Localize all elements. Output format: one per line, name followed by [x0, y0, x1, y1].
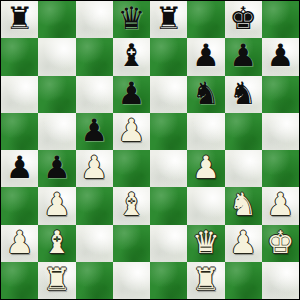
white-pawn[interactable]: ♟	[229, 225, 257, 261]
square-c4[interactable]: ♟	[76, 150, 113, 187]
square-c2[interactable]	[76, 225, 113, 262]
square-e8[interactable]: ♜	[150, 1, 187, 38]
black-king[interactable]: ♚	[229, 1, 257, 37]
chess-board-frame: ♜♛♜♚♝♟♟♟♟♞♞♟♟♟♟♟♟♟♝♞♟♟♝♛♟♚♜♜	[0, 0, 300, 300]
square-d1[interactable]	[113, 262, 150, 299]
square-e1[interactable]	[150, 262, 187, 299]
square-g4[interactable]	[225, 150, 262, 187]
white-king[interactable]: ♚	[266, 225, 294, 261]
square-g5[interactable]	[225, 113, 262, 150]
square-f3[interactable]	[187, 187, 224, 224]
square-a7[interactable]	[1, 38, 38, 75]
square-b5[interactable]	[38, 113, 75, 150]
white-rook[interactable]: ♜	[192, 262, 220, 298]
square-b6[interactable]	[38, 76, 75, 113]
black-pawn[interactable]: ♟	[229, 38, 257, 74]
square-g1[interactable]	[225, 262, 262, 299]
square-b2[interactable]: ♝	[38, 225, 75, 262]
square-h7[interactable]: ♟	[262, 38, 299, 75]
square-a4[interactable]: ♟	[1, 150, 38, 187]
white-bishop[interactable]: ♝	[117, 187, 145, 223]
square-a5[interactable]	[1, 113, 38, 150]
square-a2[interactable]: ♟	[1, 225, 38, 262]
black-rook[interactable]: ♜	[155, 1, 183, 37]
black-bishop[interactable]: ♝	[117, 38, 145, 74]
square-c1[interactable]	[76, 262, 113, 299]
black-knight[interactable]: ♞	[229, 76, 257, 112]
white-knight[interactable]: ♞	[229, 187, 257, 223]
square-h5[interactable]	[262, 113, 299, 150]
square-d7[interactable]: ♝	[113, 38, 150, 75]
square-d2[interactable]	[113, 225, 150, 262]
square-g3[interactable]: ♞	[225, 187, 262, 224]
square-d8[interactable]: ♛	[113, 1, 150, 38]
square-f1[interactable]: ♜	[187, 262, 224, 299]
square-e2[interactable]	[150, 225, 187, 262]
square-g6[interactable]: ♞	[225, 76, 262, 113]
square-h2[interactable]: ♚	[262, 225, 299, 262]
white-pawn[interactable]: ♟	[6, 225, 34, 261]
white-pawn[interactable]: ♟	[266, 187, 294, 223]
square-g7[interactable]: ♟	[225, 38, 262, 75]
chess-board: ♜♛♜♚♝♟♟♟♟♞♞♟♟♟♟♟♟♟♝♞♟♟♝♛♟♚♜♜	[1, 1, 299, 299]
square-f4[interactable]: ♟	[187, 150, 224, 187]
square-f7[interactable]: ♟	[187, 38, 224, 75]
square-f5[interactable]	[187, 113, 224, 150]
black-pawn[interactable]: ♟	[266, 38, 294, 74]
square-b8[interactable]	[38, 1, 75, 38]
square-d3[interactable]: ♝	[113, 187, 150, 224]
square-g2[interactable]: ♟	[225, 225, 262, 262]
black-pawn[interactable]: ♟	[192, 38, 220, 74]
square-d6[interactable]: ♟	[113, 76, 150, 113]
square-e6[interactable]	[150, 76, 187, 113]
square-e7[interactable]	[150, 38, 187, 75]
square-h8[interactable]	[262, 1, 299, 38]
square-b4[interactable]: ♟	[38, 150, 75, 187]
square-a8[interactable]: ♜	[1, 1, 38, 38]
square-c6[interactable]	[76, 76, 113, 113]
square-f8[interactable]	[187, 1, 224, 38]
square-a3[interactable]	[1, 187, 38, 224]
square-f2[interactable]: ♛	[187, 225, 224, 262]
black-pawn[interactable]: ♟	[6, 150, 34, 186]
square-c8[interactable]	[76, 1, 113, 38]
square-e3[interactable]	[150, 187, 187, 224]
square-h4[interactable]	[262, 150, 299, 187]
square-e4[interactable]	[150, 150, 187, 187]
white-queen[interactable]: ♛	[192, 225, 220, 261]
white-pawn[interactable]: ♟	[80, 150, 108, 186]
square-g8[interactable]: ♚	[225, 1, 262, 38]
square-a1[interactable]	[1, 262, 38, 299]
square-e5[interactable]	[150, 113, 187, 150]
square-b1[interactable]: ♜	[38, 262, 75, 299]
black-knight[interactable]: ♞	[192, 76, 220, 112]
square-d4[interactable]	[113, 150, 150, 187]
black-pawn[interactable]: ♟	[80, 113, 108, 149]
black-rook[interactable]: ♜	[6, 1, 34, 37]
square-h1[interactable]	[262, 262, 299, 299]
square-a6[interactable]	[1, 76, 38, 113]
square-b3[interactable]: ♟	[38, 187, 75, 224]
square-h6[interactable]	[262, 76, 299, 113]
square-d5[interactable]: ♟	[113, 113, 150, 150]
black-pawn[interactable]: ♟	[117, 76, 145, 112]
white-rook[interactable]: ♜	[43, 262, 71, 298]
black-queen[interactable]: ♛	[117, 1, 145, 37]
square-b7[interactable]	[38, 38, 75, 75]
square-c3[interactable]	[76, 187, 113, 224]
square-c5[interactable]: ♟	[76, 113, 113, 150]
white-pawn[interactable]: ♟	[43, 187, 71, 223]
square-h3[interactable]: ♟	[262, 187, 299, 224]
white-pawn[interactable]: ♟	[117, 113, 145, 149]
square-f6[interactable]: ♞	[187, 76, 224, 113]
square-c7[interactable]	[76, 38, 113, 75]
black-pawn[interactable]: ♟	[43, 150, 71, 186]
white-pawn[interactable]: ♟	[192, 150, 220, 186]
white-bishop[interactable]: ♝	[43, 225, 71, 261]
